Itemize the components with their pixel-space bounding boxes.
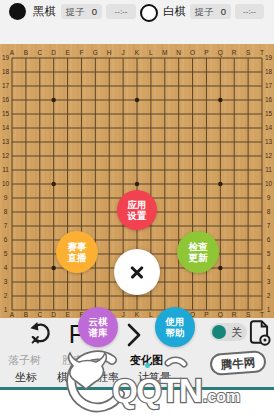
board-intersection[interactable] xyxy=(61,289,75,303)
board-intersection[interactable] xyxy=(241,205,255,219)
board-intersection[interactable] xyxy=(255,149,269,163)
board-intersection[interactable] xyxy=(213,93,227,107)
board-intersection[interactable] xyxy=(241,303,255,317)
board-intersection[interactable] xyxy=(158,205,172,219)
board-intersection[interactable] xyxy=(130,93,144,107)
board-intersection[interactable] xyxy=(213,205,227,219)
board-intersection[interactable] xyxy=(158,79,172,93)
board-intersection[interactable] xyxy=(116,233,130,247)
board-intersection[interactable] xyxy=(172,149,186,163)
board-intersection[interactable] xyxy=(33,93,47,107)
board-intersection[interactable] xyxy=(47,51,61,65)
board-intersection[interactable] xyxy=(61,303,75,317)
board-intersection[interactable] xyxy=(5,79,19,93)
board-intersection[interactable] xyxy=(19,289,33,303)
board-intersection[interactable] xyxy=(33,79,47,93)
board-intersection[interactable] xyxy=(255,289,269,303)
board-intersection[interactable] xyxy=(200,163,214,177)
board-intersection[interactable] xyxy=(227,219,241,233)
board-intersection[interactable] xyxy=(241,135,255,149)
board-intersection[interactable] xyxy=(186,93,200,107)
board-intersection[interactable] xyxy=(255,247,269,261)
board-intersection[interactable] xyxy=(47,275,61,289)
board-intersection[interactable] xyxy=(186,121,200,135)
board-intersection[interactable] xyxy=(255,219,269,233)
board-intersection[interactable] xyxy=(255,51,269,65)
board-intersection[interactable] xyxy=(33,205,47,219)
board-intersection[interactable] xyxy=(158,149,172,163)
board-intersection[interactable] xyxy=(172,121,186,135)
board-intersection[interactable] xyxy=(186,205,200,219)
board-intersection[interactable] xyxy=(116,65,130,79)
board-intersection[interactable] xyxy=(227,261,241,275)
board-intersection[interactable] xyxy=(227,107,241,121)
board-intersection[interactable] xyxy=(5,149,19,163)
board-intersection[interactable] xyxy=(213,79,227,93)
board-intersection[interactable] xyxy=(158,191,172,205)
board-intersection[interactable] xyxy=(241,247,255,261)
board-intersection[interactable] xyxy=(33,247,47,261)
board-intersection[interactable] xyxy=(61,149,75,163)
board-intersection[interactable] xyxy=(33,275,47,289)
board-intersection[interactable] xyxy=(33,163,47,177)
board-intersection[interactable] xyxy=(47,219,61,233)
board-intersection[interactable] xyxy=(5,219,19,233)
board-intersection[interactable] xyxy=(116,303,130,317)
board-intersection[interactable] xyxy=(255,135,269,149)
board-intersection[interactable] xyxy=(227,233,241,247)
board-intersection[interactable] xyxy=(255,233,269,247)
board-intersection[interactable] xyxy=(227,121,241,135)
board-intersection[interactable] xyxy=(172,107,186,121)
board-intersection[interactable] xyxy=(130,149,144,163)
board-intersection[interactable] xyxy=(33,303,47,317)
board-intersection[interactable] xyxy=(158,233,172,247)
board-intersection[interactable] xyxy=(74,289,88,303)
fab-app-settings[interactable]: 应用设置 xyxy=(117,190,157,230)
board-intersection[interactable] xyxy=(186,163,200,177)
board-intersection[interactable] xyxy=(255,261,269,275)
board-intersection[interactable] xyxy=(33,219,47,233)
board-intersection[interactable] xyxy=(33,233,47,247)
board-intersection[interactable] xyxy=(88,107,102,121)
board-intersection[interactable] xyxy=(255,177,269,191)
fab-close-button[interactable] xyxy=(114,249,160,295)
board-intersection[interactable] xyxy=(5,303,19,317)
board-intersection[interactable] xyxy=(186,149,200,163)
board-intersection[interactable] xyxy=(19,65,33,79)
board-intersection[interactable] xyxy=(255,275,269,289)
board-intersection[interactable] xyxy=(102,107,116,121)
board-intersection[interactable] xyxy=(5,51,19,65)
board-intersection[interactable] xyxy=(186,65,200,79)
board-intersection[interactable] xyxy=(227,149,241,163)
board-intersection[interactable] xyxy=(102,205,116,219)
board-intersection[interactable] xyxy=(19,51,33,65)
board-intersection[interactable] xyxy=(5,205,19,219)
board-intersection[interactable] xyxy=(144,121,158,135)
board-intersection[interactable] xyxy=(200,79,214,93)
board-intersection[interactable] xyxy=(200,149,214,163)
board-intersection[interactable] xyxy=(47,163,61,177)
fab-check-update[interactable]: 检查更新 xyxy=(177,231,219,273)
board-intersection[interactable] xyxy=(33,149,47,163)
board-intersection[interactable] xyxy=(241,149,255,163)
board-intersection[interactable] xyxy=(158,163,172,177)
board-intersection[interactable] xyxy=(61,65,75,79)
board-intersection[interactable] xyxy=(200,191,214,205)
board-intersection[interactable] xyxy=(227,135,241,149)
board-intersection[interactable] xyxy=(200,121,214,135)
board-intersection[interactable] xyxy=(200,135,214,149)
board-intersection[interactable] xyxy=(47,303,61,317)
board-intersection[interactable] xyxy=(172,289,186,303)
board-intersection[interactable] xyxy=(5,163,19,177)
board-intersection[interactable] xyxy=(158,135,172,149)
board-intersection[interactable] xyxy=(158,51,172,65)
board-intersection[interactable] xyxy=(130,163,144,177)
board-intersection[interactable] xyxy=(47,79,61,93)
board-intersection[interactable] xyxy=(241,107,255,121)
board-intersection[interactable] xyxy=(213,275,227,289)
board-intersection[interactable] xyxy=(116,93,130,107)
board-intersection[interactable] xyxy=(227,247,241,261)
board-intersection[interactable] xyxy=(19,303,33,317)
board-intersection[interactable] xyxy=(255,93,269,107)
board-intersection[interactable] xyxy=(74,177,88,191)
board-intersection[interactable] xyxy=(61,163,75,177)
board-intersection[interactable] xyxy=(116,163,130,177)
board-intersection[interactable] xyxy=(200,275,214,289)
board-intersection[interactable] xyxy=(227,191,241,205)
board-intersection[interactable] xyxy=(213,191,227,205)
board-intersection[interactable] xyxy=(227,177,241,191)
board-intersection[interactable] xyxy=(172,219,186,233)
board-intersection[interactable] xyxy=(130,135,144,149)
board-intersection[interactable] xyxy=(241,191,255,205)
board-intersection[interactable] xyxy=(116,135,130,149)
board-intersection[interactable] xyxy=(144,107,158,121)
board-intersection[interactable] xyxy=(19,191,33,205)
board-intersection[interactable] xyxy=(47,205,61,219)
board-intersection[interactable] xyxy=(102,135,116,149)
board-intersection[interactable] xyxy=(47,135,61,149)
board-intersection[interactable] xyxy=(186,275,200,289)
board-intersection[interactable] xyxy=(227,51,241,65)
board-intersection[interactable] xyxy=(116,121,130,135)
board-intersection[interactable] xyxy=(19,149,33,163)
board-intersection[interactable] xyxy=(144,135,158,149)
board-intersection[interactable] xyxy=(5,233,19,247)
board-intersection[interactable] xyxy=(19,205,33,219)
board-intersection[interactable] xyxy=(33,191,47,205)
board-intersection[interactable] xyxy=(130,233,144,247)
board-intersection[interactable] xyxy=(116,79,130,93)
board-intersection[interactable] xyxy=(33,107,47,121)
board-intersection[interactable] xyxy=(102,79,116,93)
board-intersection[interactable] xyxy=(158,93,172,107)
board-intersection[interactable] xyxy=(102,233,116,247)
export-file-icon[interactable] xyxy=(247,319,271,346)
board-intersection[interactable] xyxy=(144,79,158,93)
board-intersection[interactable] xyxy=(227,65,241,79)
board-intersection[interactable] xyxy=(255,163,269,177)
board-intersection[interactable] xyxy=(144,163,158,177)
board-intersection[interactable] xyxy=(116,51,130,65)
board-intersection[interactable] xyxy=(5,135,19,149)
board-intersection[interactable] xyxy=(116,149,130,163)
board-intersection[interactable] xyxy=(47,107,61,121)
board-intersection[interactable] xyxy=(74,135,88,149)
board-intersection[interactable] xyxy=(88,149,102,163)
board-intersection[interactable] xyxy=(144,65,158,79)
board-intersection[interactable] xyxy=(144,177,158,191)
board-intersection[interactable] xyxy=(61,121,75,135)
board-intersection[interactable] xyxy=(130,107,144,121)
board-intersection[interactable] xyxy=(186,107,200,121)
board-intersection[interactable] xyxy=(241,79,255,93)
board-intersection[interactable] xyxy=(186,289,200,303)
board-intersection[interactable] xyxy=(102,247,116,261)
board-intersection[interactable] xyxy=(61,51,75,65)
board-intersection[interactable] xyxy=(5,261,19,275)
board-intersection[interactable] xyxy=(47,65,61,79)
board-intersection[interactable] xyxy=(130,51,144,65)
board-intersection[interactable] xyxy=(144,93,158,107)
option-stones[interactable]: 棋子 xyxy=(57,369,79,385)
board-intersection[interactable] xyxy=(213,135,227,149)
board-intersection[interactable] xyxy=(74,191,88,205)
board-intersection[interactable] xyxy=(241,177,255,191)
board-intersection[interactable] xyxy=(61,135,75,149)
board-intersection[interactable] xyxy=(88,177,102,191)
board-intersection[interactable] xyxy=(227,163,241,177)
board-intersection[interactable] xyxy=(172,191,186,205)
next-move-chevron-icon[interactable] xyxy=(126,322,142,348)
board-intersection[interactable] xyxy=(102,163,116,177)
board-intersection[interactable] xyxy=(74,163,88,177)
board-intersection[interactable] xyxy=(74,93,88,107)
board-intersection[interactable] xyxy=(19,121,33,135)
board-intersection[interactable] xyxy=(19,93,33,107)
option-coordinates[interactable]: 坐标 xyxy=(15,369,37,385)
board-intersection[interactable] xyxy=(88,275,102,289)
board-intersection[interactable] xyxy=(33,135,47,149)
board-intersection[interactable] xyxy=(61,177,75,191)
board-intersection[interactable] xyxy=(5,177,19,191)
board-intersection[interactable] xyxy=(227,93,241,107)
board-intersection[interactable] xyxy=(19,177,33,191)
board-intersection[interactable] xyxy=(61,107,75,121)
board-intersection[interactable] xyxy=(5,65,19,79)
board-intersection[interactable] xyxy=(241,289,255,303)
board-intersection[interactable] xyxy=(116,107,130,121)
board-intersection[interactable] xyxy=(88,65,102,79)
board-intersection[interactable] xyxy=(19,247,33,261)
board-intersection[interactable] xyxy=(172,205,186,219)
board-intersection[interactable] xyxy=(47,121,61,135)
board-intersection[interactable] xyxy=(172,135,186,149)
board-intersection[interactable] xyxy=(33,51,47,65)
board-intersection[interactable] xyxy=(144,303,158,317)
board-intersection[interactable] xyxy=(144,51,158,65)
board-intersection[interactable] xyxy=(5,93,19,107)
board-intersection[interactable] xyxy=(172,65,186,79)
board-intersection[interactable] xyxy=(186,135,200,149)
board-intersection[interactable] xyxy=(102,121,116,135)
board-intersection[interactable] xyxy=(227,275,241,289)
board-intersection[interactable] xyxy=(241,121,255,135)
board-intersection[interactable] xyxy=(19,135,33,149)
board-intersection[interactable] xyxy=(19,261,33,275)
board-intersection[interactable] xyxy=(158,65,172,79)
board-intersection[interactable] xyxy=(200,289,214,303)
board-intersection[interactable] xyxy=(5,247,19,261)
board-intersection[interactable] xyxy=(241,275,255,289)
option-winrate[interactable]: 胜率 xyxy=(97,369,119,385)
board-intersection[interactable] xyxy=(5,107,19,121)
board-intersection[interactable] xyxy=(255,79,269,93)
board-intersection[interactable] xyxy=(47,191,61,205)
board-intersection[interactable] xyxy=(227,79,241,93)
board-intersection[interactable] xyxy=(74,79,88,93)
board-intersection[interactable] xyxy=(255,191,269,205)
board-intersection[interactable] xyxy=(102,177,116,191)
board-intersection[interactable] xyxy=(88,191,102,205)
fab-usage-help[interactable]: 使用帮助 xyxy=(155,307,195,347)
board-intersection[interactable] xyxy=(47,149,61,163)
board-intersection[interactable] xyxy=(241,65,255,79)
board-intersection[interactable] xyxy=(102,191,116,205)
board-intersection[interactable] xyxy=(33,177,47,191)
board-intersection[interactable] xyxy=(33,261,47,275)
board-intersection[interactable] xyxy=(61,79,75,93)
option-computation[interactable]: 计算量 xyxy=(138,369,171,385)
board-intersection[interactable] xyxy=(130,121,144,135)
board-intersection[interactable] xyxy=(213,219,227,233)
board-intersection[interactable] xyxy=(88,219,102,233)
board-intersection[interactable] xyxy=(5,191,19,205)
board-intersection[interactable] xyxy=(33,289,47,303)
board-intersection[interactable] xyxy=(61,93,75,107)
board-intersection[interactable] xyxy=(200,205,214,219)
board-intersection[interactable] xyxy=(200,93,214,107)
board-intersection[interactable] xyxy=(158,247,172,261)
board-intersection[interactable] xyxy=(172,79,186,93)
board-intersection[interactable] xyxy=(200,65,214,79)
board-intersection[interactable] xyxy=(213,177,227,191)
undo-remove-move-icon[interactable] xyxy=(28,320,54,346)
board-intersection[interactable] xyxy=(102,93,116,107)
board-intersection[interactable] xyxy=(19,233,33,247)
board-intersection[interactable] xyxy=(88,93,102,107)
board-intersection[interactable] xyxy=(74,205,88,219)
board-intersection[interactable] xyxy=(130,65,144,79)
board-intersection[interactable] xyxy=(255,303,269,317)
board-intersection[interactable] xyxy=(255,121,269,135)
board-intersection[interactable] xyxy=(213,163,227,177)
board-intersection[interactable] xyxy=(255,107,269,121)
board-intersection[interactable] xyxy=(74,51,88,65)
board-intersection[interactable] xyxy=(74,275,88,289)
board-intersection[interactable] xyxy=(213,65,227,79)
board-intersection[interactable] xyxy=(213,107,227,121)
board-intersection[interactable] xyxy=(241,261,255,275)
board-intersection[interactable] xyxy=(116,177,130,191)
board-intersection[interactable] xyxy=(5,275,19,289)
board-intersection[interactable] xyxy=(5,121,19,135)
board-intersection[interactable] xyxy=(241,163,255,177)
board-intersection[interactable] xyxy=(144,233,158,247)
board-intersection[interactable] xyxy=(74,65,88,79)
board-intersection[interactable] xyxy=(88,289,102,303)
fab-live-broadcast[interactable]: 赛事直播 xyxy=(56,231,98,273)
board-intersection[interactable] xyxy=(102,219,116,233)
tab-winrate-trend[interactable]: 胜率走势 xyxy=(62,352,106,368)
board-intersection[interactable] xyxy=(186,191,200,205)
board-intersection[interactable] xyxy=(19,163,33,177)
board-intersection[interactable] xyxy=(172,93,186,107)
board-intersection[interactable] xyxy=(158,107,172,121)
board-intersection[interactable] xyxy=(172,163,186,177)
board-intersection[interactable] xyxy=(61,191,75,205)
analysis-toggle[interactable]: 关 xyxy=(210,323,247,341)
board-intersection[interactable] xyxy=(102,289,116,303)
board-intersection[interactable] xyxy=(255,65,269,79)
board-intersection[interactable] xyxy=(33,121,47,135)
board-intersection[interactable] xyxy=(213,289,227,303)
board-intersection[interactable] xyxy=(19,219,33,233)
board-intersection[interactable] xyxy=(227,303,241,317)
board-intersection[interactable] xyxy=(102,65,116,79)
board-intersection[interactable] xyxy=(200,303,214,317)
board-intersection[interactable] xyxy=(19,79,33,93)
board-intersection[interactable] xyxy=(74,149,88,163)
board-intersection[interactable] xyxy=(241,219,255,233)
board-intersection[interactable] xyxy=(88,205,102,219)
fab-cloud-kifu-library[interactable]: 云棋谱库 xyxy=(78,307,118,347)
board-intersection[interactable] xyxy=(144,149,158,163)
board-intersection[interactable] xyxy=(241,233,255,247)
board-intersection[interactable] xyxy=(172,275,186,289)
board-intersection[interactable] xyxy=(227,289,241,303)
board-intersection[interactable] xyxy=(213,121,227,135)
board-intersection[interactable] xyxy=(241,93,255,107)
board-intersection[interactable] xyxy=(74,121,88,135)
board-intersection[interactable] xyxy=(47,177,61,191)
board-intersection[interactable] xyxy=(88,121,102,135)
board-intersection[interactable] xyxy=(172,51,186,65)
board-intersection[interactable] xyxy=(213,149,227,163)
board-intersection[interactable] xyxy=(158,289,172,303)
board-intersection[interactable] xyxy=(200,177,214,191)
board-intersection[interactable] xyxy=(88,51,102,65)
board-intersection[interactable] xyxy=(213,51,227,65)
board-intersection[interactable] xyxy=(241,51,255,65)
board-intersection[interactable] xyxy=(88,79,102,93)
board-intersection[interactable] xyxy=(213,303,227,317)
board-intersection[interactable] xyxy=(102,51,116,65)
board-intersection[interactable] xyxy=(33,65,47,79)
board-intersection[interactable] xyxy=(74,107,88,121)
board-intersection[interactable] xyxy=(88,163,102,177)
board-intersection[interactable] xyxy=(47,289,61,303)
board-intersection[interactable] xyxy=(88,135,102,149)
board-intersection[interactable] xyxy=(61,205,75,219)
board-intersection[interactable] xyxy=(19,275,33,289)
board-intersection[interactable] xyxy=(227,205,241,219)
board-intersection[interactable] xyxy=(158,121,172,135)
